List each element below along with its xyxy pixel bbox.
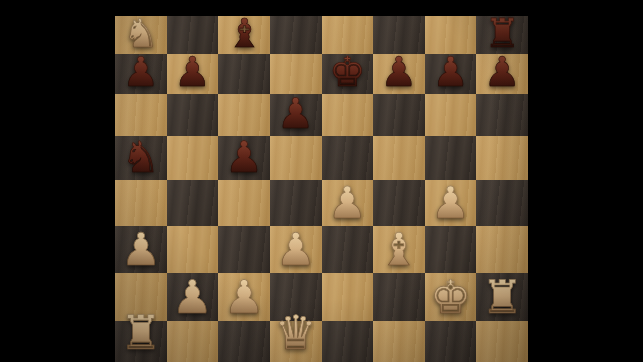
black-pawn[interactable]: ♟ — [225, 136, 264, 179]
square-d6[interactable]: ♟ — [270, 94, 322, 136]
square-f1[interactable] — [373, 321, 425, 362]
square-f4[interactable] — [373, 180, 425, 226]
square-b7[interactable]: ♟ — [167, 54, 219, 94]
black-pawn[interactable]: ♟ — [277, 93, 315, 135]
black-rook[interactable]: ♜ — [484, 13, 520, 53]
square-g3[interactable] — [425, 226, 477, 273]
square-a5[interactable]: ♞ — [115, 136, 167, 180]
black-pawn[interactable]: ♟ — [381, 52, 418, 93]
square-f5[interactable] — [373, 136, 425, 180]
square-h5[interactable] — [476, 136, 528, 180]
square-b1[interactable] — [167, 321, 219, 362]
square-g4[interactable]: ♟ — [425, 180, 477, 226]
square-b3[interactable] — [167, 226, 219, 273]
square-g2[interactable]: ♚ — [425, 273, 477, 321]
square-h4[interactable] — [476, 180, 528, 226]
square-c5[interactable]: ♟ — [218, 136, 270, 180]
square-g5[interactable] — [425, 136, 477, 180]
square-g6[interactable] — [425, 94, 477, 136]
square-a7[interactable]: ♟ — [115, 54, 167, 94]
app-screenshot: ♞♝♜♟♟♚♟♟♟♟♞♟♟♟♟♟♝♟♟♚♜♜♛ — [0, 0, 643, 362]
white-rook[interactable]: ♜ — [120, 309, 162, 356]
white-pawn[interactable]: ♟ — [328, 181, 367, 225]
square-a1[interactable]: ♜ — [115, 321, 167, 362]
square-b2[interactable]: ♟ — [167, 273, 219, 321]
square-g7[interactable]: ♟ — [425, 54, 477, 94]
square-h7[interactable]: ♟ — [476, 54, 528, 94]
square-c3[interactable] — [218, 226, 270, 273]
square-d5[interactable] — [270, 136, 322, 180]
square-f3[interactable]: ♝ — [373, 226, 425, 273]
square-c8[interactable]: ♝ — [218, 16, 270, 54]
square-b6[interactable] — [167, 94, 219, 136]
square-c1[interactable] — [218, 321, 270, 362]
white-king[interactable]: ♚ — [430, 274, 471, 320]
square-f2[interactable] — [373, 273, 425, 321]
square-e1[interactable] — [322, 321, 374, 362]
square-d3[interactable]: ♟ — [270, 226, 322, 273]
square-d7[interactable] — [270, 54, 322, 94]
white-rook[interactable]: ♜ — [482, 274, 523, 320]
square-a6[interactable] — [115, 94, 167, 136]
square-d8[interactable] — [270, 16, 322, 54]
black-king[interactable]: ♚ — [329, 52, 366, 93]
square-a4[interactable] — [115, 180, 167, 226]
square-h2[interactable]: ♜ — [476, 273, 528, 321]
square-c7[interactable] — [218, 54, 270, 94]
black-pawn[interactable]: ♟ — [122, 52, 159, 93]
square-h3[interactable] — [476, 226, 528, 273]
black-pawn[interactable]: ♟ — [174, 52, 211, 93]
square-f7[interactable]: ♟ — [373, 54, 425, 94]
white-bishop[interactable]: ♝ — [379, 227, 419, 272]
square-h1[interactable] — [476, 321, 528, 362]
square-e7[interactable]: ♚ — [322, 54, 374, 94]
white-knight[interactable]: ♞ — [123, 13, 159, 53]
square-g1[interactable] — [425, 321, 477, 362]
square-h6[interactable] — [476, 94, 528, 136]
square-b4[interactable] — [167, 180, 219, 226]
square-d1[interactable]: ♛ — [270, 321, 322, 362]
square-c4[interactable] — [218, 180, 270, 226]
white-queen[interactable]: ♛ — [275, 309, 317, 356]
square-e3[interactable] — [322, 226, 374, 273]
white-pawn[interactable]: ♟ — [276, 227, 316, 272]
square-d4[interactable] — [270, 180, 322, 226]
square-e2[interactable] — [322, 273, 374, 321]
black-bishop[interactable]: ♝ — [226, 13, 262, 53]
white-pawn[interactable]: ♟ — [223, 274, 264, 320]
white-pawn[interactable]: ♟ — [431, 181, 470, 225]
square-e6[interactable] — [322, 94, 374, 136]
white-pawn[interactable]: ♟ — [172, 274, 213, 320]
square-c6[interactable] — [218, 94, 270, 136]
square-f6[interactable] — [373, 94, 425, 136]
square-a3[interactable]: ♟ — [115, 226, 167, 273]
white-pawn[interactable]: ♟ — [121, 227, 161, 272]
square-c2[interactable]: ♟ — [218, 273, 270, 321]
square-e4[interactable]: ♟ — [322, 180, 374, 226]
square-b5[interactable] — [167, 136, 219, 180]
square-e5[interactable] — [322, 136, 374, 180]
black-pawn[interactable]: ♟ — [432, 52, 469, 93]
chess-board: ♞♝♜♟♟♚♟♟♟♟♞♟♟♟♟♟♝♟♟♚♜♜♛ — [115, 16, 528, 362]
black-knight[interactable]: ♞ — [122, 136, 161, 179]
black-pawn[interactable]: ♟ — [484, 52, 521, 93]
